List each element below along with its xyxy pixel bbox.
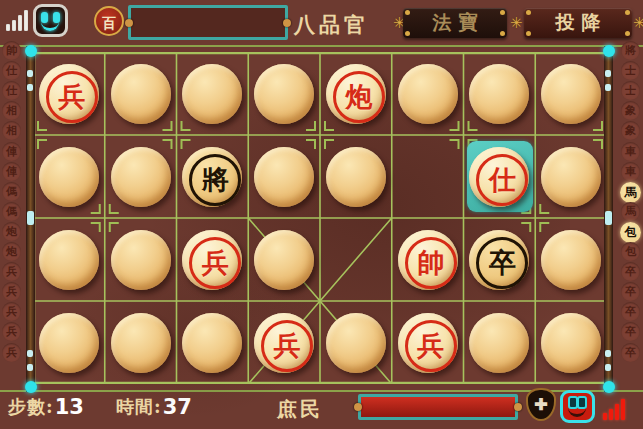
black-tray-piece-alive: 士 [621,81,640,100]
opponent-robot-face-icon [33,4,68,37]
red-tray-piece-alive: 兵 [2,343,21,362]
black-tray-piece-captured: 包 [620,222,641,243]
move-counter-value: 13 [55,395,84,419]
robot-mouth-icon [568,406,586,417]
frame-tick [27,70,33,77]
board-cell-r1c2[interactable]: 將 [177,135,249,218]
red-piece-帥: 帥 [398,230,458,290]
frame-tick [605,211,612,225]
board-outer-top-line [0,45,643,47]
board-cell-r2c0[interactable] [33,218,105,301]
black-tray-piece-alive: 車 [621,142,640,161]
player-rank-label: 庶民 [277,396,323,423]
robot-mouth-icon [41,20,59,31]
face-down-piece [111,147,171,207]
surrender-button-label: 投降 [549,10,608,36]
corner-rivet-icon [25,381,37,393]
board-cell-r0c6[interactable] [464,52,536,135]
red-tray-piece-alive: 炮 [2,242,21,261]
red-piece-兵: 兵 [39,64,99,124]
red-piece-仕: 仕 [469,147,529,207]
frame-tick [27,84,33,91]
black-tray-piece-alive: 象 [621,101,640,120]
black-tray-piece-alive: 將 [621,41,640,60]
board-cell-r2c7[interactable] [535,218,607,301]
black-tray-piece-alive: 卒 [621,262,640,281]
face-down-piece [541,147,601,207]
board-cell-r2c5[interactable]: 帥 [392,218,464,301]
opponent-avatar-badge: 百 [94,6,124,36]
banqi-board: 兵炮將仕兵帥卒兵兵 [33,52,607,384]
face-down-piece [182,64,242,124]
black-tray-piece-captured: 馬 [620,182,641,203]
red-tray-piece-alive: 相 [2,101,21,120]
red-tray-piece-alive: 仕 [2,61,21,80]
black-piece-卒: 卒 [469,230,529,290]
red-piece-兵: 兵 [182,230,242,290]
board-cell-r3c7[interactable] [535,301,607,384]
player-robot-face-icon [560,390,595,423]
black-tray-piece-alive: 士 [621,61,640,80]
face-down-piece [254,64,314,124]
frame-tick [605,364,611,371]
board-cell-r3c5[interactable]: 兵 [392,301,464,384]
board-cell-r2c4[interactable] [320,218,392,301]
board-cell-r3c0[interactable] [33,301,105,384]
frame-tick [27,364,33,371]
face-down-piece [541,313,601,373]
player-avatar-shield-icon: ✚ [526,388,556,421]
black-tray-piece-alive: 象 [621,121,640,140]
black-tray-piece-alive: 卒 [621,343,640,362]
board-cells: 兵炮將仕兵帥卒兵兵 [33,52,607,384]
face-down-piece [39,230,99,290]
black-tray-piece-alive: 車 [621,162,640,181]
board-cell-r3c4[interactable] [320,301,392,384]
opponent-rank-label: 八品官 [294,11,369,39]
red-tray-piece-alive: 兵 [2,262,21,281]
red-piece-兵: 兵 [398,313,458,373]
ornament-star-icon: ✳ [510,14,523,32]
face-down-piece [326,313,386,373]
board-cell-r0c3[interactable] [248,52,320,135]
board-cell-r0c4[interactable]: 炮 [320,52,392,135]
magic-item-button[interactable]: 法寶 [403,8,507,38]
face-down-piece [469,64,529,124]
board-cell-r2c2[interactable]: 兵 [177,218,249,301]
face-down-piece [111,313,171,373]
face-down-piece [182,313,242,373]
red-tray-piece-alive: 兵 [2,282,21,301]
timer: 時間: 37 [116,395,192,419]
surrender-button[interactable]: 投降 [524,8,632,38]
board-cell-r0c2[interactable] [177,52,249,135]
face-down-piece [39,147,99,207]
black-tray-piece-alive: 包 [621,242,640,261]
board-cell-r3c6[interactable] [464,301,536,384]
board-cell-r1c6[interactable]: 仕 [464,135,536,218]
board-cell-r2c3[interactable] [248,218,320,301]
black-tray-piece-alive: 卒 [621,282,640,301]
face-down-piece [398,64,458,124]
board-cell-r1c5[interactable] [392,135,464,218]
face-down-piece [111,230,171,290]
face-down-piece [254,230,314,290]
board-cell-r1c0[interactable] [33,135,105,218]
board-cell-r3c1[interactable] [105,301,177,384]
board-cell-r0c0[interactable]: 兵 [33,52,105,135]
board-cell-r0c5[interactable] [392,52,464,135]
board-cell-r2c1[interactable] [105,218,177,301]
face-down-piece [254,147,314,207]
black-piece-將: 將 [182,147,242,207]
board-cell-r1c7[interactable] [535,135,607,218]
face-down-piece [469,313,529,373]
face-down-piece [541,230,601,290]
player-hp-bar [358,394,518,420]
game-screen: 百 八品官 ✳ 法寶 ✳ 投降 ✳ 帥仕仕相相俥俥傌傌炮炮兵兵兵兵兵 將士士象象… [0,0,643,429]
black-tray-piece-alive: 卒 [621,322,640,341]
red-pieces-tray: 帥仕仕相相俥俥傌傌炮炮兵兵兵兵兵 [1,0,23,429]
corner-rivet-icon [603,381,615,393]
face-down-piece [39,313,99,373]
opponent-name-box[interactable] [128,5,288,40]
timer-label: 時間: [116,395,162,419]
board-cell-r1c1[interactable] [105,135,177,218]
frame-tick [605,84,611,91]
board-cell-r2c6[interactable]: 卒 [464,218,536,301]
face-down-piece [111,64,171,124]
board-cell-r0c1[interactable] [105,52,177,135]
black-tray-piece-alive: 卒 [621,302,640,321]
red-tray-piece-alive: 傌 [2,202,21,221]
board-cell-r1c3[interactable] [248,135,320,218]
magic-item-button-label: 法寶 [426,10,485,36]
red-tray-piece-alive: 相 [2,121,21,140]
corner-rivet-icon [603,45,615,57]
frame-tick [605,70,611,77]
corner-rivet-icon [25,45,37,57]
red-tray-piece-alive: 炮 [2,222,21,241]
red-tray-piece-alive: 俥 [2,142,21,161]
red-tray-piece-alive: 兵 [2,302,21,321]
board-cell-r3c2[interactable] [177,301,249,384]
board-cell-r1c4[interactable] [320,135,392,218]
timer-value: 37 [163,395,192,419]
red-piece-炮: 炮 [326,64,386,124]
black-tray-piece-alive: 馬 [621,202,640,221]
red-tray-piece-alive: 傌 [2,182,21,201]
red-tray-piece-alive: 仕 [2,81,21,100]
frame-tick [27,350,33,357]
board-cell-r3c3[interactable]: 兵 [248,301,320,384]
black-pieces-tray: 將士士象象車車馬馬包包卒卒卒卒卒 [620,0,642,429]
board-cell-r0c7[interactable] [535,52,607,135]
frame-tick [605,350,611,357]
red-piece-兵: 兵 [254,313,314,373]
red-tray-piece-alive: 兵 [2,322,21,341]
face-down-piece [541,64,601,124]
frame-tick [27,211,34,225]
face-down-piece [326,147,386,207]
red-tray-piece-alive: 帥 [2,41,21,60]
red-tray-piece-alive: 俥 [2,162,21,181]
